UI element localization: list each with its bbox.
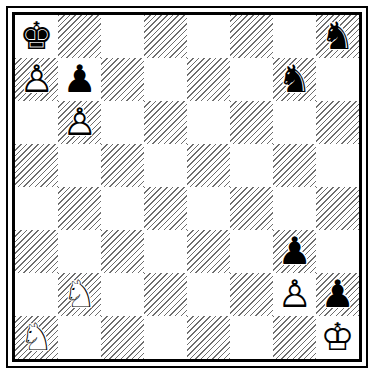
square-d1[interactable]	[144, 316, 187, 359]
square-f2[interactable]	[230, 273, 273, 316]
square-c1[interactable]	[101, 316, 144, 359]
square-h5[interactable]	[316, 144, 359, 187]
square-e1[interactable]	[187, 316, 230, 359]
square-b3[interactable]	[58, 230, 101, 273]
black-knight-glyph: ♞	[316, 15, 359, 58]
square-h2[interactable]: ♟♟	[316, 273, 359, 316]
square-g5[interactable]	[273, 144, 316, 187]
square-e8[interactable]	[187, 15, 230, 58]
square-d6[interactable]	[144, 101, 187, 144]
piece-black-knight[interactable]: ♞♞	[273, 58, 316, 101]
square-b8[interactable]	[58, 15, 101, 58]
piece-black-king[interactable]: ♚♚	[15, 15, 58, 58]
square-a6[interactable]	[15, 101, 58, 144]
square-a8[interactable]: ♚♚	[15, 15, 58, 58]
square-d7[interactable]	[144, 58, 187, 101]
black-pawn-glyph: ♟	[273, 230, 316, 273]
square-d5[interactable]	[144, 144, 187, 187]
square-a2[interactable]	[15, 273, 58, 316]
square-c3[interactable]	[101, 230, 144, 273]
piece-white-knight[interactable]: ♞♘	[58, 273, 101, 316]
square-c7[interactable]	[101, 58, 144, 101]
square-f5[interactable]	[230, 144, 273, 187]
square-e2[interactable]	[187, 273, 230, 316]
square-b2[interactable]: ♞♘	[58, 273, 101, 316]
black-pawn-glyph: ♟	[58, 58, 101, 101]
square-g3[interactable]: ♟♟	[273, 230, 316, 273]
square-h6[interactable]	[316, 101, 359, 144]
square-e3[interactable]	[187, 230, 230, 273]
square-c6[interactable]	[101, 101, 144, 144]
square-e7[interactable]	[187, 58, 230, 101]
square-a1[interactable]: ♞♘	[15, 316, 58, 359]
square-h4[interactable]	[316, 187, 359, 230]
square-a5[interactable]	[15, 144, 58, 187]
square-c2[interactable]	[101, 273, 144, 316]
square-b6[interactable]: ♟♙	[58, 101, 101, 144]
square-h8[interactable]: ♞♞	[316, 15, 359, 58]
piece-white-pawn[interactable]: ♟♙	[58, 101, 101, 144]
piece-white-pawn[interactable]: ♟♙	[15, 58, 58, 101]
board-outer-frame: ♚♚♞♞♟♙♟♟♞♞♟♙♟♟♞♘♟♙♟♟♞♘♚♔	[6, 6, 368, 368]
white-pawn-glyph: ♙	[273, 273, 316, 316]
piece-black-pawn[interactable]: ♟♟	[316, 273, 359, 316]
square-f7[interactable]	[230, 58, 273, 101]
black-knight-glyph: ♞	[273, 58, 316, 101]
piece-white-knight[interactable]: ♞♘	[15, 316, 58, 359]
square-a3[interactable]	[15, 230, 58, 273]
square-e4[interactable]	[187, 187, 230, 230]
square-f1[interactable]	[230, 316, 273, 359]
piece-white-king[interactable]: ♚♔	[316, 316, 359, 359]
chess-board: ♚♚♞♞♟♙♟♟♞♞♟♙♟♟♞♘♟♙♟♟♞♘♚♔	[12, 12, 362, 362]
square-f6[interactable]	[230, 101, 273, 144]
square-d4[interactable]	[144, 187, 187, 230]
square-c8[interactable]	[101, 15, 144, 58]
square-a4[interactable]	[15, 187, 58, 230]
piece-black-pawn[interactable]: ♟♟	[273, 230, 316, 273]
piece-white-pawn[interactable]: ♟♙	[273, 273, 316, 316]
square-d8[interactable]	[144, 15, 187, 58]
square-d2[interactable]	[144, 273, 187, 316]
white-pawn-glyph: ♙	[15, 58, 58, 101]
square-e6[interactable]	[187, 101, 230, 144]
piece-black-pawn[interactable]: ♟♟	[58, 58, 101, 101]
square-f8[interactable]	[230, 15, 273, 58]
square-f3[interactable]	[230, 230, 273, 273]
square-h3[interactable]	[316, 230, 359, 273]
square-g1[interactable]	[273, 316, 316, 359]
chess-diagram-page: ♚♚♞♞♟♙♟♟♞♞♟♙♟♟♞♘♟♙♟♟♞♘♚♔	[0, 0, 374, 373]
square-g7[interactable]: ♞♞	[273, 58, 316, 101]
white-knight-glyph: ♘	[58, 273, 101, 316]
square-b4[interactable]	[58, 187, 101, 230]
square-g8[interactable]	[273, 15, 316, 58]
square-f4[interactable]	[230, 187, 273, 230]
square-e5[interactable]	[187, 144, 230, 187]
square-c4[interactable]	[101, 187, 144, 230]
square-d3[interactable]	[144, 230, 187, 273]
square-h7[interactable]	[316, 58, 359, 101]
black-pawn-glyph: ♟	[316, 273, 359, 316]
square-g6[interactable]	[273, 101, 316, 144]
square-g4[interactable]	[273, 187, 316, 230]
white-pawn-glyph: ♙	[58, 101, 101, 144]
square-c5[interactable]	[101, 144, 144, 187]
square-b5[interactable]	[58, 144, 101, 187]
white-knight-glyph: ♘	[15, 316, 58, 359]
square-a7[interactable]: ♟♙	[15, 58, 58, 101]
piece-black-knight[interactable]: ♞♞	[316, 15, 359, 58]
square-g2[interactable]: ♟♙	[273, 273, 316, 316]
white-king-glyph: ♔	[316, 316, 359, 359]
square-b7[interactable]: ♟♟	[58, 58, 101, 101]
square-h1[interactable]: ♚♔	[316, 316, 359, 359]
square-b1[interactable]	[58, 316, 101, 359]
black-king-glyph: ♚	[15, 15, 58, 58]
